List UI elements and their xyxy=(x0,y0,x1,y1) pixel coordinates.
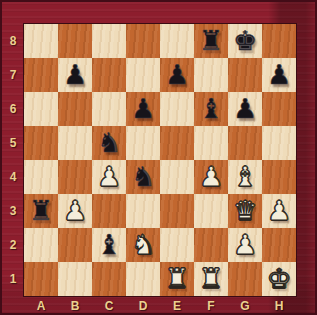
piece-black-rook[interactable]: ♜ xyxy=(199,24,223,58)
square-b3[interactable]: ♟ xyxy=(58,194,92,228)
piece-white-bishop[interactable]: ♝ xyxy=(233,160,257,194)
piece-black-bishop[interactable]: ♝ xyxy=(199,92,223,126)
square-h3[interactable]: ♟ xyxy=(262,194,296,228)
rank-labels: 87654321 xyxy=(2,24,24,296)
square-e5[interactable] xyxy=(160,126,194,160)
file-label-f: F xyxy=(194,296,228,315)
square-c8[interactable] xyxy=(92,24,126,58)
square-h5[interactable] xyxy=(262,126,296,160)
square-a6[interactable] xyxy=(24,92,58,126)
square-e3[interactable] xyxy=(160,194,194,228)
piece-white-queen[interactable]: ♛ xyxy=(233,194,257,228)
square-g6[interactable]: ♟ xyxy=(228,92,262,126)
piece-black-bishop[interactable]: ♝ xyxy=(97,228,121,262)
square-d5[interactable] xyxy=(126,126,160,160)
square-h7[interactable]: ♟ xyxy=(262,58,296,92)
square-h4[interactable] xyxy=(262,160,296,194)
square-b2[interactable] xyxy=(58,228,92,262)
square-e6[interactable] xyxy=(160,92,194,126)
square-c7[interactable] xyxy=(92,58,126,92)
piece-white-rook[interactable]: ♜ xyxy=(165,262,189,296)
square-c6[interactable] xyxy=(92,92,126,126)
piece-white-pawn[interactable]: ♟ xyxy=(267,194,291,228)
square-f1[interactable]: ♜ xyxy=(194,262,228,296)
square-e4[interactable] xyxy=(160,160,194,194)
piece-white-pawn[interactable]: ♟ xyxy=(97,160,121,194)
square-d8[interactable] xyxy=(126,24,160,58)
square-a2[interactable] xyxy=(24,228,58,262)
square-f6[interactable]: ♝ xyxy=(194,92,228,126)
rank-label-1: 1 xyxy=(2,262,24,296)
chess-board-frame: 87654321 ♜♚♟♟♟♟♝♟♞♟♞♟♝♜♟♛♟♝♞♟♜♜♚ ABCDEFG… xyxy=(0,0,317,315)
square-e7[interactable]: ♟ xyxy=(160,58,194,92)
piece-white-king[interactable]: ♚ xyxy=(267,262,291,296)
rank-label-3: 3 xyxy=(2,194,24,228)
square-f5[interactable] xyxy=(194,126,228,160)
piece-black-knight[interactable]: ♞ xyxy=(131,160,155,194)
piece-black-pawn[interactable]: ♟ xyxy=(233,92,257,126)
square-h8[interactable] xyxy=(262,24,296,58)
square-c4[interactable]: ♟ xyxy=(92,160,126,194)
square-f7[interactable] xyxy=(194,58,228,92)
square-b1[interactable] xyxy=(58,262,92,296)
piece-white-pawn[interactable]: ♟ xyxy=(233,228,257,262)
square-b4[interactable] xyxy=(58,160,92,194)
square-d3[interactable] xyxy=(126,194,160,228)
square-e8[interactable] xyxy=(160,24,194,58)
square-d1[interactable] xyxy=(126,262,160,296)
square-c3[interactable] xyxy=(92,194,126,228)
square-b5[interactable] xyxy=(58,126,92,160)
square-a4[interactable] xyxy=(24,160,58,194)
piece-white-pawn[interactable]: ♟ xyxy=(63,194,87,228)
piece-black-pawn[interactable]: ♟ xyxy=(63,58,87,92)
file-label-b: B xyxy=(58,296,92,315)
piece-black-king[interactable]: ♚ xyxy=(233,24,257,58)
square-d2[interactable]: ♞ xyxy=(126,228,160,262)
piece-black-pawn[interactable]: ♟ xyxy=(165,58,189,92)
piece-black-pawn[interactable]: ♟ xyxy=(131,92,155,126)
rank-label-2: 2 xyxy=(2,228,24,262)
square-g7[interactable] xyxy=(228,58,262,92)
square-g4[interactable]: ♝ xyxy=(228,160,262,194)
square-e1[interactable]: ♜ xyxy=(160,262,194,296)
rank-label-4: 4 xyxy=(2,160,24,194)
square-h6[interactable] xyxy=(262,92,296,126)
piece-black-pawn[interactable]: ♟ xyxy=(267,58,291,92)
square-b8[interactable] xyxy=(58,24,92,58)
square-f4[interactable]: ♟ xyxy=(194,160,228,194)
file-label-h: H xyxy=(262,296,296,315)
rank-label-8: 8 xyxy=(2,24,24,58)
square-c1[interactable] xyxy=(92,262,126,296)
file-labels: ABCDEFGH xyxy=(24,296,296,315)
square-a1[interactable] xyxy=(24,262,58,296)
square-e2[interactable] xyxy=(160,228,194,262)
file-label-a: A xyxy=(24,296,58,315)
square-g8[interactable]: ♚ xyxy=(228,24,262,58)
piece-black-knight[interactable]: ♞ xyxy=(97,126,121,160)
square-f2[interactable] xyxy=(194,228,228,262)
square-f8[interactable]: ♜ xyxy=(194,24,228,58)
file-label-d: D xyxy=(126,296,160,315)
square-b7[interactable]: ♟ xyxy=(58,58,92,92)
square-d7[interactable] xyxy=(126,58,160,92)
chess-board[interactable]: ♜♚♟♟♟♟♝♟♞♟♞♟♝♜♟♛♟♝♞♟♜♜♚ xyxy=(24,24,296,296)
square-g1[interactable] xyxy=(228,262,262,296)
piece-white-pawn[interactable]: ♟ xyxy=(199,160,223,194)
piece-black-rook[interactable]: ♜ xyxy=(29,194,53,228)
square-f3[interactable] xyxy=(194,194,228,228)
piece-white-knight[interactable]: ♞ xyxy=(131,228,155,262)
file-label-c: C xyxy=(92,296,126,315)
square-h2[interactable] xyxy=(262,228,296,262)
square-d6[interactable]: ♟ xyxy=(126,92,160,126)
square-b6[interactable] xyxy=(58,92,92,126)
square-a8[interactable] xyxy=(24,24,58,58)
piece-white-rook[interactable]: ♜ xyxy=(199,262,223,296)
square-c5[interactable]: ♞ xyxy=(92,126,126,160)
square-a7[interactable] xyxy=(24,58,58,92)
rank-label-5: 5 xyxy=(2,126,24,160)
square-a3[interactable]: ♜ xyxy=(24,194,58,228)
square-g5[interactable] xyxy=(228,126,262,160)
rank-label-7: 7 xyxy=(2,58,24,92)
square-d4[interactable]: ♞ xyxy=(126,160,160,194)
file-label-e: E xyxy=(160,296,194,315)
rank-label-6: 6 xyxy=(2,92,24,126)
square-a5[interactable] xyxy=(24,126,58,160)
square-g2[interactable]: ♟ xyxy=(228,228,262,262)
file-label-g: G xyxy=(228,296,262,315)
square-h1[interactable]: ♚ xyxy=(262,262,296,296)
square-c2[interactable]: ♝ xyxy=(92,228,126,262)
square-g3[interactable]: ♛ xyxy=(228,194,262,228)
